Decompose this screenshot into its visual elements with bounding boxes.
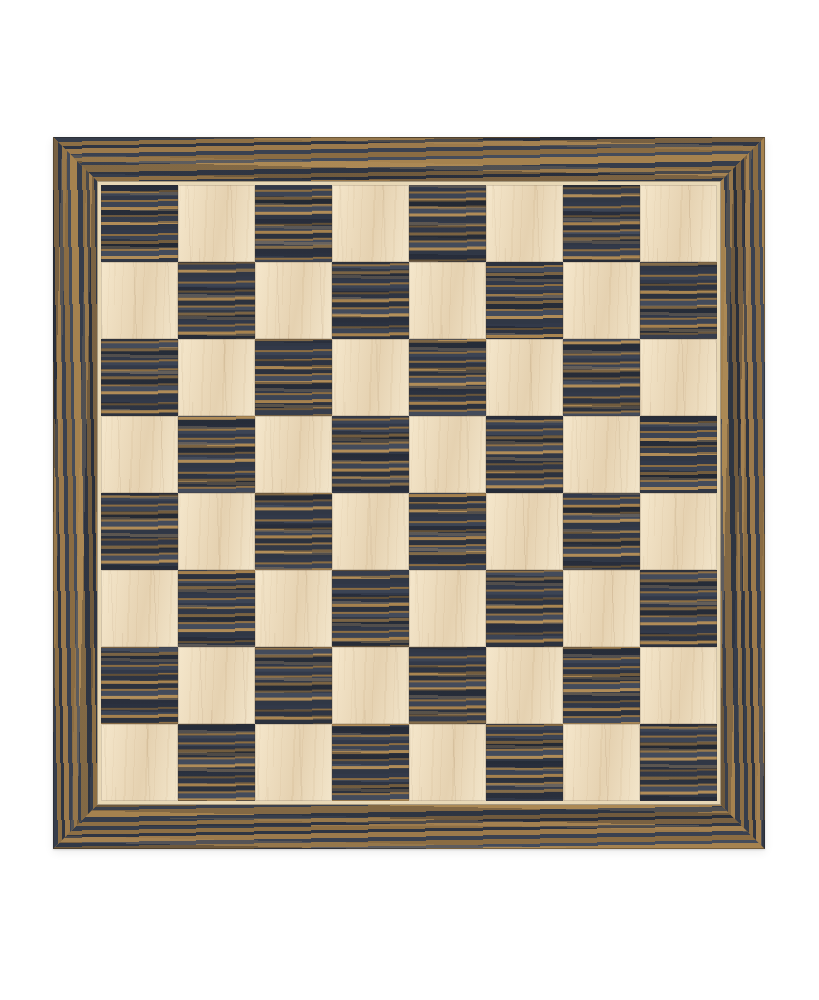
square-r4c5 <box>486 493 563 570</box>
square-r3c1 <box>178 416 255 493</box>
square-r7c1 <box>178 724 255 801</box>
square-r3c5 <box>486 416 563 493</box>
square-r0c0 <box>101 185 178 262</box>
square-r7c7 <box>640 724 717 801</box>
product-photo-background <box>0 0 819 1000</box>
square-r4c6 <box>563 493 640 570</box>
wooden-chessboard <box>53 137 765 849</box>
square-r6c7 <box>640 647 717 724</box>
square-r3c6 <box>563 416 640 493</box>
square-r2c7 <box>640 339 717 416</box>
square-r4c4 <box>409 493 486 570</box>
square-r1c2 <box>255 262 332 339</box>
board-frame-bottom <box>53 805 765 849</box>
square-r4c3 <box>332 493 409 570</box>
square-r7c4 <box>409 724 486 801</box>
square-r2c5 <box>486 339 563 416</box>
square-r1c7 <box>640 262 717 339</box>
square-r6c4 <box>409 647 486 724</box>
square-r2c0 <box>101 339 178 416</box>
square-r3c4 <box>409 416 486 493</box>
square-r7c0 <box>101 724 178 801</box>
square-r7c5 <box>486 724 563 801</box>
square-r4c1 <box>178 493 255 570</box>
square-r2c1 <box>178 339 255 416</box>
square-r5c2 <box>255 570 332 647</box>
board-frame-right <box>721 137 765 849</box>
square-r1c3 <box>332 262 409 339</box>
square-r3c7 <box>640 416 717 493</box>
square-r2c4 <box>409 339 486 416</box>
square-r5c1 <box>178 570 255 647</box>
square-r1c4 <box>409 262 486 339</box>
square-r6c6 <box>563 647 640 724</box>
square-r0c7 <box>640 185 717 262</box>
square-r7c3 <box>332 724 409 801</box>
square-r4c2 <box>255 493 332 570</box>
square-r5c6 <box>563 570 640 647</box>
square-r0c3 <box>332 185 409 262</box>
square-r3c2 <box>255 416 332 493</box>
square-r0c1 <box>178 185 255 262</box>
square-r5c7 <box>640 570 717 647</box>
square-r1c0 <box>101 262 178 339</box>
square-r5c0 <box>101 570 178 647</box>
square-r7c6 <box>563 724 640 801</box>
square-r0c5 <box>486 185 563 262</box>
square-r5c4 <box>409 570 486 647</box>
square-r0c2 <box>255 185 332 262</box>
square-r3c0 <box>101 416 178 493</box>
board-frame-left <box>53 137 97 849</box>
square-r6c5 <box>486 647 563 724</box>
square-r4c0 <box>101 493 178 570</box>
square-r6c0 <box>101 647 178 724</box>
square-r5c5 <box>486 570 563 647</box>
square-r0c6 <box>563 185 640 262</box>
square-r2c2 <box>255 339 332 416</box>
square-r5c3 <box>332 570 409 647</box>
square-r1c6 <box>563 262 640 339</box>
square-r6c2 <box>255 647 332 724</box>
square-r7c2 <box>255 724 332 801</box>
square-r0c4 <box>409 185 486 262</box>
square-r6c1 <box>178 647 255 724</box>
chess-board-grid <box>101 185 717 801</box>
board-frame-top <box>53 137 765 181</box>
square-r6c3 <box>332 647 409 724</box>
square-r3c3 <box>332 416 409 493</box>
square-r4c7 <box>640 493 717 570</box>
square-r1c5 <box>486 262 563 339</box>
square-r2c3 <box>332 339 409 416</box>
square-r2c6 <box>563 339 640 416</box>
square-r1c1 <box>178 262 255 339</box>
